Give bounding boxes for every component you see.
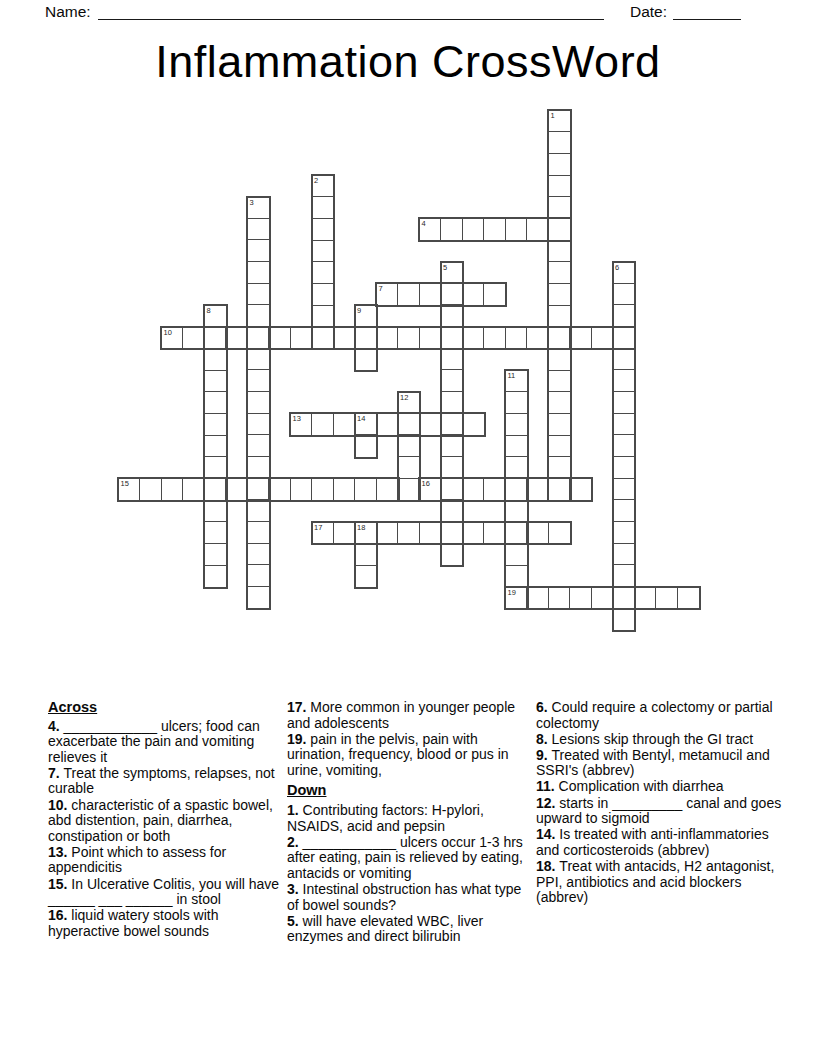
word-7-across[interactable]: [375, 282, 507, 307]
cell-separator: [248, 283, 269, 284]
grid-number-1: 1: [551, 112, 555, 120]
cell-separator: [548, 588, 549, 609]
cell-separator: [462, 523, 463, 544]
cell-separator: [139, 479, 140, 500]
cell-separator: [614, 391, 635, 392]
cell-separator: [505, 479, 506, 500]
clue-11: 11. Complication with diarrhea: [536, 779, 784, 795]
cell-separator: [526, 588, 527, 609]
cell-separator: [290, 479, 291, 500]
cell-separator: [440, 414, 441, 435]
clue-16: 16. liquid watery stools with hyperactiv…: [48, 908, 286, 939]
grid-number-12: 12: [400, 394, 408, 402]
cell-separator: [612, 588, 613, 609]
cell-separator: [419, 414, 420, 435]
cell-separator: [549, 175, 570, 176]
cell-separator: [356, 543, 377, 544]
cell-separator: [506, 391, 527, 392]
cell-separator: [549, 153, 570, 154]
cell-separator: [549, 370, 570, 371]
cell-separator: [440, 284, 441, 305]
cell-separator: [248, 413, 269, 414]
cell-separator: [248, 586, 269, 587]
cell-separator: [614, 413, 635, 414]
cell-separator: [399, 456, 420, 457]
word-2-down[interactable]: [311, 174, 336, 350]
cell-separator: [205, 565, 226, 566]
cell-separator: [677, 588, 678, 609]
cell-separator: [548, 523, 549, 544]
cell-separator: [161, 479, 162, 500]
cell-separator: [397, 523, 398, 544]
cell-separator: [311, 414, 312, 435]
cell-separator: [440, 479, 441, 500]
cell-separator: [569, 479, 570, 500]
cell-separator: [526, 328, 527, 349]
clue-9: 9. Treated with Bentyl, metamucil and SS…: [536, 748, 784, 779]
cell-separator: [290, 328, 291, 349]
clue-15: 15. In Ulcerative Colitis, you will have…: [48, 877, 286, 908]
cell-separator: [505, 219, 506, 240]
cell-separator: [526, 523, 527, 544]
grid-number-3: 3: [250, 199, 254, 207]
cell-separator: [182, 328, 183, 349]
cell-separator: [356, 565, 377, 566]
clue-column-3: 6. Could require a colectomy or partial …: [536, 700, 784, 906]
clue-19: 19. pain in the pelvis, pain with urinat…: [287, 732, 533, 779]
cell-separator: [248, 434, 269, 435]
grid-number-6: 6: [615, 264, 619, 272]
cell-separator: [247, 328, 248, 349]
cell-separator: [462, 414, 463, 435]
clue-8: 8. Lesions skip through the GI tract: [536, 732, 784, 748]
name-blank-line: [98, 3, 604, 20]
clue-14: 14. Is treated with anti-inflammatories …: [536, 827, 784, 858]
cell-separator: [549, 305, 570, 306]
cell-separator: [549, 391, 570, 392]
clue-7: 7. Treat the symptoms, relapses, not cur…: [48, 766, 286, 797]
cell-separator: [505, 523, 506, 544]
cell-separator: [549, 283, 570, 284]
cell-separator: [205, 456, 226, 457]
clue-list-header-across: Across: [48, 700, 286, 716]
cell-separator: [506, 456, 527, 457]
cell-separator: [205, 435, 226, 436]
clue-3: 3. Intestinal obstruction has what type …: [287, 882, 533, 913]
cell-separator: [483, 523, 484, 544]
cell-separator: [248, 564, 269, 565]
word-3-down[interactable]: [246, 196, 271, 611]
cell-separator: [354, 328, 355, 349]
grid-number-9: 9: [357, 307, 361, 315]
grid-number-14: 14: [357, 415, 365, 423]
worksheet-page: Name: Date: Inflammation CrossWord 12345…: [0, 0, 816, 1056]
cell-separator: [313, 196, 334, 197]
cell-separator: [225, 479, 226, 500]
clue-column-1: Across4. ____________ ulcers; food can e…: [48, 700, 286, 940]
clue-2: 2. ____________ ulcers occur 1-3 hrs aft…: [287, 835, 533, 882]
cell-separator: [399, 478, 420, 479]
cell-separator: [313, 218, 334, 219]
clue-10: 10. characteristic of a spastic bowel, a…: [48, 798, 286, 845]
cell-separator: [442, 456, 463, 457]
cell-separator: [419, 328, 420, 349]
cell-separator: [526, 479, 527, 500]
cell-separator: [569, 328, 570, 349]
cell-separator: [354, 479, 355, 500]
date-label: Date:: [630, 3, 667, 20]
cell-separator: [506, 565, 527, 566]
cell-separator: [634, 588, 635, 609]
grid-number-8: 8: [207, 307, 211, 315]
grid-number-15: 15: [121, 480, 129, 488]
cell-separator: [313, 305, 334, 306]
date-blank-line: [673, 3, 741, 20]
cell-separator: [356, 434, 377, 435]
cell-separator: [333, 479, 334, 500]
cell-separator: [247, 479, 248, 500]
cell-separator: [591, 588, 592, 609]
grid-number-4: 4: [422, 220, 426, 228]
cell-separator: [419, 284, 420, 305]
cell-separator: [205, 543, 226, 544]
cell-separator: [462, 479, 463, 500]
cell-separator: [225, 328, 226, 349]
cell-separator: [506, 413, 527, 414]
clue-list-header-down: Down: [287, 783, 533, 799]
cell-separator: [419, 523, 420, 544]
word-4-across[interactable]: [418, 217, 572, 242]
cell-separator: [614, 283, 635, 284]
cell-separator: [591, 328, 592, 349]
cell-separator: [506, 435, 527, 436]
cell-separator: [614, 304, 635, 305]
cell-separator: [248, 261, 269, 262]
clue-18: 18. Treat with antacids, H2 antagonist, …: [536, 859, 784, 906]
word-15-across[interactable]: [117, 477, 400, 502]
crossword-grid[interactable]: 12345678910111213141516171819: [118, 110, 699, 630]
grid-number-7: 7: [379, 285, 383, 293]
word-1-down[interactable]: [547, 109, 572, 502]
cell-separator: [376, 328, 377, 349]
cell-separator: [442, 391, 463, 392]
cell-separator: [248, 543, 269, 544]
cell-separator: [526, 219, 527, 240]
cell-separator: [483, 219, 484, 240]
cell-separator: [205, 370, 226, 371]
cell-separator: [333, 523, 334, 544]
cell-separator: [548, 479, 549, 500]
cell-separator: [440, 328, 441, 349]
cell-separator: [549, 131, 570, 132]
cell-separator: [614, 499, 635, 500]
grid-number-10: 10: [164, 329, 172, 337]
word-13-across[interactable]: [289, 412, 486, 437]
word-16-across[interactable]: [418, 477, 593, 502]
cell-separator: [248, 521, 269, 522]
cell-separator: [614, 543, 635, 544]
clue-column-2: 17. More common in younger people and ad…: [287, 700, 533, 945]
grid-number-17: 17: [314, 524, 322, 532]
cell-separator: [182, 479, 183, 500]
grid-number-2: 2: [314, 177, 318, 185]
cell-separator: [376, 479, 377, 500]
cell-separator: [333, 328, 334, 349]
word-10-across[interactable]: [160, 326, 636, 351]
cell-separator: [313, 283, 334, 284]
clue-6: 6. Could require a colectomy or partial …: [536, 700, 784, 731]
cell-separator: [248, 239, 269, 240]
cell-separator: [248, 218, 269, 219]
cell-separator: [248, 304, 269, 305]
page-title: Inflammation CrossWord: [0, 36, 816, 88]
cell-separator: [204, 328, 205, 349]
grid-number-13: 13: [293, 415, 301, 423]
cell-separator: [440, 219, 441, 240]
cell-separator: [548, 219, 549, 240]
clue-1: 1. Contributing factors: H-pylori, NSAID…: [287, 803, 533, 834]
cell-separator: [313, 240, 334, 241]
cell-separator: [440, 523, 441, 544]
name-label: Name:: [45, 3, 91, 20]
clue-12: 12. starts in _________ canal and goes u…: [536, 796, 784, 827]
cell-separator: [397, 328, 398, 349]
grid-number-16: 16: [422, 480, 430, 488]
cell-separator: [655, 588, 656, 609]
cell-separator: [614, 564, 635, 565]
cell-separator: [205, 391, 226, 392]
cell-separator: [549, 435, 570, 436]
cell-separator: [204, 479, 205, 500]
cell-separator: [248, 456, 269, 457]
cell-separator: [483, 479, 484, 500]
cell-separator: [614, 456, 635, 457]
cell-separator: [462, 219, 463, 240]
name-date-row: Name: Date:: [45, 3, 741, 20]
cell-separator: [462, 284, 463, 305]
clue-13: 13. Point which to assess for appendicit…: [48, 845, 286, 876]
grid-number-5: 5: [443, 264, 447, 272]
cell-separator: [483, 328, 484, 349]
cell-separator: [268, 479, 269, 500]
clue-4: 4. ____________ ulcers; food can exacerb…: [48, 719, 286, 766]
cell-separator: [612, 328, 613, 349]
cell-separator: [311, 479, 312, 500]
cell-separator: [397, 414, 398, 435]
word-17-across[interactable]: [311, 521, 572, 546]
cell-separator: [333, 414, 334, 435]
cell-separator: [248, 391, 269, 392]
cell-separator: [248, 369, 269, 370]
cell-separator: [569, 588, 570, 609]
cell-separator: [614, 434, 635, 435]
cell-separator: [549, 456, 570, 457]
cell-separator: [268, 328, 269, 349]
cell-separator: [442, 369, 463, 370]
cell-separator: [614, 478, 635, 479]
grid-number-18: 18: [357, 524, 365, 532]
clue-5: 5. will have elevated WBC, liver enzymes…: [287, 914, 533, 945]
cell-separator: [548, 328, 549, 349]
clue-17: 17. More common in younger people and ad…: [287, 700, 533, 731]
grid-number-11: 11: [508, 372, 516, 380]
grid-number-19: 19: [508, 589, 516, 597]
cell-separator: [549, 413, 570, 414]
cell-separator: [205, 413, 226, 414]
cell-separator: [397, 284, 398, 305]
cell-separator: [205, 521, 226, 522]
cell-separator: [313, 261, 334, 262]
cell-separator: [505, 328, 506, 349]
cell-separator: [462, 328, 463, 349]
cell-separator: [549, 196, 570, 197]
cell-separator: [549, 261, 570, 262]
cell-separator: [614, 369, 635, 370]
word-6-down[interactable]: [612, 261, 637, 632]
word-19-across[interactable]: [504, 586, 701, 611]
cell-separator: [483, 284, 484, 305]
cell-separator: [614, 521, 635, 522]
cell-separator: [311, 328, 312, 349]
